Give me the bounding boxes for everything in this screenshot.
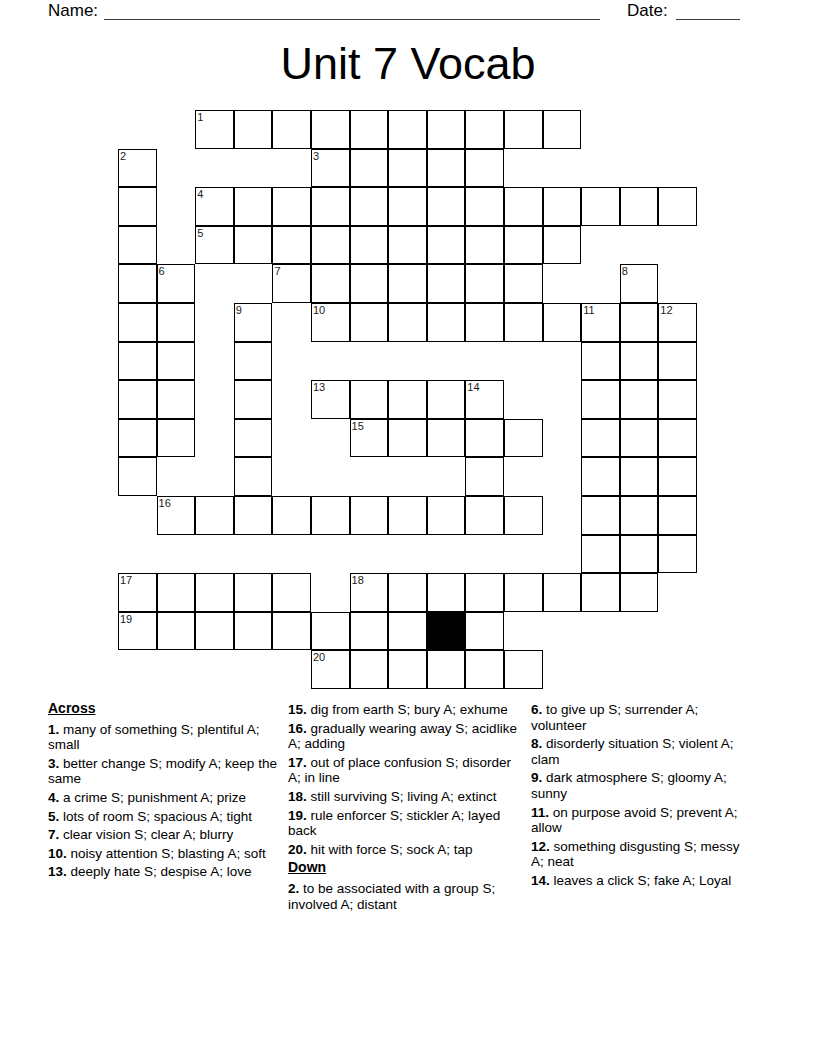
grid-cell[interactable] <box>350 110 389 149</box>
grid-cell[interactable]: 4 <box>195 187 234 226</box>
grid-cell[interactable] <box>350 650 389 689</box>
grid-cell[interactable] <box>620 573 659 612</box>
grid-cell[interactable] <box>465 264 504 303</box>
clue-number: 15 <box>352 420 364 432</box>
clue-number: 16 <box>159 497 171 509</box>
clue-item-number: 9. <box>531 770 542 785</box>
clue-item-number: 17. <box>288 755 307 770</box>
clue-number: 20 <box>313 651 325 663</box>
grid-cell[interactable]: 15 <box>350 419 389 458</box>
grid-cell[interactable] <box>620 419 659 458</box>
grid-cell[interactable]: 8 <box>620 264 659 303</box>
grid-cell[interactable] <box>658 496 697 535</box>
grid-cell[interactable] <box>350 264 389 303</box>
clue-item-number: 20. <box>288 842 307 857</box>
clue-section-header: Down <box>288 860 522 876</box>
blocked-cell <box>427 612 466 651</box>
grid-cell[interactable] <box>581 573 620 612</box>
grid-cell[interactable] <box>427 226 466 265</box>
grid-cell[interactable] <box>272 187 311 226</box>
grid-cell[interactable] <box>465 149 504 188</box>
clue-item-number: 19. <box>288 808 307 823</box>
clue-item-16: 16. gradually wearing away S; acidlike A… <box>288 721 522 752</box>
clue-item-number: 15. <box>288 702 307 717</box>
grid-cell[interactable] <box>504 650 543 689</box>
grid-cell[interactable] <box>388 612 427 651</box>
clue-number: 6 <box>159 265 165 277</box>
clue-item-2: 2. to be associated with a group S; invo… <box>288 881 522 912</box>
grid-cell[interactable] <box>234 187 273 226</box>
clue-item-10: 10. noisy attention S; blasting A; soft <box>48 846 277 862</box>
grid-cell[interactable] <box>465 650 504 689</box>
clue-column-down: 6. to give up S; surrender A; volunteer8… <box>531 702 747 892</box>
clue-item-11: 11. on purpose avoid S; prevent A; allow <box>531 805 747 836</box>
grid-cell[interactable] <box>465 457 504 496</box>
clue-number: 7 <box>274 265 280 277</box>
grid-cell[interactable] <box>620 535 659 574</box>
grid-cell[interactable]: 7 <box>272 264 311 303</box>
grid-cell[interactable] <box>388 303 427 342</box>
clue-number: 14 <box>467 381 479 393</box>
grid-cell[interactable] <box>465 496 504 535</box>
clue-item-number: 10. <box>48 846 67 861</box>
grid-cell[interactable] <box>234 226 273 265</box>
grid-cell[interactable] <box>658 535 697 574</box>
clue-item-number: 5. <box>48 809 59 824</box>
grid-cell[interactable] <box>658 419 697 458</box>
grid-cell[interactable] <box>504 419 543 458</box>
grid-cell[interactable] <box>581 380 620 419</box>
grid-cell[interactable]: 3 <box>311 149 350 188</box>
grid-cell[interactable] <box>581 535 620 574</box>
clue-number: 11 <box>583 304 594 316</box>
grid-cell[interactable]: 9 <box>234 303 273 342</box>
grid-cell[interactable] <box>504 496 543 535</box>
clue-number: 4 <box>197 188 203 200</box>
grid-cell[interactable] <box>581 457 620 496</box>
grid-cell[interactable] <box>118 380 157 419</box>
grid-cell[interactable] <box>272 612 311 651</box>
grid-cell[interactable]: 13 <box>311 380 350 419</box>
grid-cell[interactable] <box>427 496 466 535</box>
grid-cell[interactable]: 2 <box>118 149 157 188</box>
grid-cell[interactable] <box>581 496 620 535</box>
grid-cell[interactable] <box>388 187 427 226</box>
grid-cell[interactable] <box>465 110 504 149</box>
grid-cell[interactable] <box>504 187 543 226</box>
clue-item-number: 12. <box>531 839 550 854</box>
puzzle-title: Unit 7 Vocab <box>0 38 816 90</box>
grid-cell[interactable] <box>234 496 273 535</box>
grid-cell[interactable] <box>504 110 543 149</box>
grid-cell[interactable] <box>157 612 196 651</box>
clue-number: 17 <box>120 574 132 586</box>
grid-cell[interactable]: 12 <box>658 303 697 342</box>
grid-cell[interactable] <box>465 612 504 651</box>
grid-cell[interactable] <box>581 187 620 226</box>
clue-item-6: 6. to give up S; surrender A; volunteer <box>531 702 747 733</box>
grid-cell[interactable]: 14 <box>465 380 504 419</box>
grid-cell[interactable] <box>388 573 427 612</box>
grid-cell[interactable] <box>118 457 157 496</box>
grid-cell[interactable]: 17 <box>118 573 157 612</box>
grid-cell[interactable]: 11 <box>581 303 620 342</box>
grid-cell[interactable] <box>504 264 543 303</box>
clue-number: 5 <box>197 227 203 239</box>
grid-cell[interactable] <box>311 496 350 535</box>
grid-cell[interactable] <box>620 187 659 226</box>
clue-item-1: 1. many of something S; plentiful A; sma… <box>48 722 277 753</box>
grid-cell[interactable] <box>195 496 234 535</box>
grid-cell[interactable] <box>234 342 273 381</box>
clue-item-15: 15. dig from earth S; bury A; exhume <box>288 702 522 718</box>
grid-cell[interactable] <box>272 496 311 535</box>
clue-section-header: Across <box>48 701 277 717</box>
clue-item-5: 5. lots of room S; spacious A; tight <box>48 809 277 825</box>
grid-cell[interactable] <box>658 380 697 419</box>
grid-cell[interactable] <box>272 226 311 265</box>
grid-cell[interactable] <box>543 303 582 342</box>
clue-item-number: 14. <box>531 873 550 888</box>
clue-column-across: Across1. many of something S; plentiful … <box>48 700 277 883</box>
grid-cell[interactable] <box>350 149 389 188</box>
grid-cell[interactable] <box>427 149 466 188</box>
grid-cell[interactable] <box>118 342 157 381</box>
grid-cell[interactable] <box>234 110 273 149</box>
clue-item-number: 13. <box>48 864 67 879</box>
grid-cell[interactable] <box>658 187 697 226</box>
clue-item-12: 12. something disgusting S; messy A; nea… <box>531 839 747 870</box>
grid-cell[interactable] <box>350 303 389 342</box>
grid-cell[interactable] <box>427 303 466 342</box>
grid-cell[interactable] <box>272 110 311 149</box>
clue-item-4: 4. a crime S; punishment A; prize <box>48 790 277 806</box>
grid-cell[interactable] <box>311 187 350 226</box>
grid-cell[interactable] <box>581 419 620 458</box>
grid-cell[interactable] <box>465 573 504 612</box>
grid-cell[interactable] <box>620 303 659 342</box>
grid-cell[interactable] <box>427 650 466 689</box>
grid-cell[interactable] <box>118 226 157 265</box>
name-label: Name: <box>48 1 98 21</box>
clue-item-13: 13. deeply hate S; despise A; love <box>48 864 277 880</box>
grid-cell[interactable] <box>427 573 466 612</box>
grid-cell[interactable] <box>311 226 350 265</box>
clue-item-3: 3. better change S; modify A; keep the s… <box>48 756 277 787</box>
grid-cell[interactable]: 16 <box>157 496 196 535</box>
clue-item-number: 2. <box>288 881 299 896</box>
grid-cell[interactable] <box>234 612 273 651</box>
clue-item-7: 7. clear vision S; clear A; blurry <box>48 827 277 843</box>
grid-cell[interactable] <box>311 110 350 149</box>
crossword-grid: 1234567891011121314151617181920 <box>118 110 697 689</box>
grid-cell[interactable] <box>234 380 273 419</box>
clue-number: 10 <box>313 304 325 316</box>
clue-item-number: 18. <box>288 789 307 804</box>
clue-item-17: 17. out of place confusion S; disorder A… <box>288 755 522 786</box>
clue-column-middle: 15. dig from earth S; bury A; exhume16. … <box>288 702 522 915</box>
clue-item-18: 18. still surviving S; living A; extinct <box>288 789 522 805</box>
date-input-line[interactable] <box>676 0 740 20</box>
grid-cell[interactable] <box>118 419 157 458</box>
grid-cell[interactable] <box>620 342 659 381</box>
grid-cell[interactable] <box>658 342 697 381</box>
grid-cell[interactable] <box>388 380 427 419</box>
grid-cell[interactable] <box>465 226 504 265</box>
grid-cell[interactable] <box>157 419 196 458</box>
clue-number: 13 <box>313 381 325 393</box>
clue-number: 2 <box>120 150 126 162</box>
clue-item-8: 8. disorderly situation S; violent A; cl… <box>531 736 747 767</box>
clue-item-number: 3. <box>48 756 59 771</box>
clue-number: 18 <box>352 574 364 586</box>
clue-item-number: 7. <box>48 827 59 842</box>
grid-cell[interactable] <box>195 573 234 612</box>
grid-cell[interactable] <box>234 419 273 458</box>
grid-cell[interactable] <box>465 419 504 458</box>
clue-item-number: 16. <box>288 721 307 736</box>
clue-item-number: 1. <box>48 722 59 737</box>
grid-cell[interactable] <box>427 110 466 149</box>
grid-cell[interactable] <box>388 419 427 458</box>
grid-cell[interactable] <box>350 612 389 651</box>
grid-cell[interactable] <box>543 187 582 226</box>
clue-item-number: 11. <box>531 805 549 820</box>
grid-cell[interactable] <box>350 226 389 265</box>
grid-cell[interactable]: 1 <box>195 110 234 149</box>
grid-cell[interactable] <box>157 380 196 419</box>
grid-cell[interactable]: 6 <box>157 264 196 303</box>
grid-cell[interactable] <box>504 303 543 342</box>
clue-item-20: 20. hit with force S; sock A; tap <box>288 842 522 858</box>
date-label: Date: <box>627 1 668 21</box>
grid-cell[interactable] <box>388 264 427 303</box>
grid-cell[interactable] <box>272 573 311 612</box>
grid-cell[interactable] <box>195 612 234 651</box>
clue-item-9: 9. dark atmosphere S; gloomy A; sunny <box>531 770 747 801</box>
grid-cell[interactable] <box>620 380 659 419</box>
grid-cell[interactable] <box>427 264 466 303</box>
worksheet-page: Name: Date: Unit 7 Vocab 123456789101112… <box>0 0 816 1056</box>
grid-cell[interactable] <box>234 573 273 612</box>
grid-cell[interactable] <box>388 650 427 689</box>
grid-cell[interactable] <box>581 342 620 381</box>
grid-cell[interactable] <box>543 226 582 265</box>
grid-cell[interactable] <box>350 380 389 419</box>
grid-cell[interactable] <box>118 303 157 342</box>
grid-cell[interactable]: 20 <box>311 650 350 689</box>
grid-cell[interactable] <box>427 187 466 226</box>
grid-cell[interactable] <box>388 110 427 149</box>
grid-cell[interactable] <box>157 573 196 612</box>
grid-cell[interactable] <box>504 226 543 265</box>
grid-cell[interactable] <box>118 187 157 226</box>
grid-cell[interactable] <box>658 457 697 496</box>
clue-item-number: 4. <box>48 790 59 805</box>
grid-cell[interactable] <box>543 573 582 612</box>
grid-cell[interactable] <box>388 226 427 265</box>
clue-number: 9 <box>236 304 242 316</box>
clue-item-number: 6. <box>531 702 542 717</box>
grid-cell[interactable] <box>157 303 196 342</box>
grid-cell[interactable] <box>427 380 466 419</box>
grid-cell[interactable] <box>620 496 659 535</box>
name-input-line[interactable] <box>104 0 600 20</box>
grid-cell[interactable] <box>311 612 350 651</box>
clue-number: 1 <box>197 111 203 123</box>
grid-cell[interactable] <box>118 264 157 303</box>
grid-cell[interactable]: 19 <box>118 612 157 651</box>
grid-cell[interactable] <box>465 187 504 226</box>
grid-cell[interactable] <box>543 110 582 149</box>
clue-item-14: 14. leaves a click S; fake A; Loyal <box>531 873 747 889</box>
grid-cell[interactable] <box>465 303 504 342</box>
grid-cell[interactable] <box>157 342 196 381</box>
clue-number: 3 <box>313 150 319 162</box>
grid-cell[interactable] <box>350 496 389 535</box>
grid-cell[interactable] <box>350 187 389 226</box>
clue-number: 19 <box>120 613 132 625</box>
grid-cell[interactable] <box>388 149 427 188</box>
grid-cell[interactable]: 10 <box>311 303 350 342</box>
grid-cell[interactable] <box>311 264 350 303</box>
grid-cell[interactable] <box>504 573 543 612</box>
clue-item-number: 8. <box>531 736 542 751</box>
grid-cell[interactable] <box>427 419 466 458</box>
grid-cell[interactable] <box>388 496 427 535</box>
clue-number: 8 <box>622 265 628 277</box>
grid-cell[interactable]: 5 <box>195 226 234 265</box>
clue-number: 12 <box>660 304 672 316</box>
grid-cell[interactable] <box>620 457 659 496</box>
grid-cell[interactable]: 18 <box>350 573 389 612</box>
grid-cell[interactable] <box>234 457 273 496</box>
clue-item-19: 19. rule enforcer S; stickler A; layed b… <box>288 808 522 839</box>
